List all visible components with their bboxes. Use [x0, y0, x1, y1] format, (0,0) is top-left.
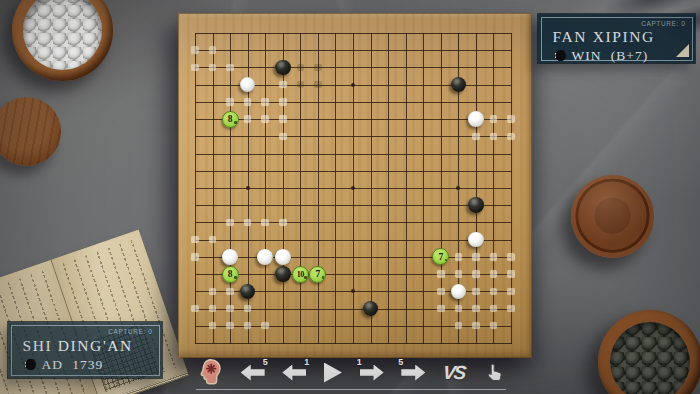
hint-square — [191, 64, 199, 72]
white-stone-D16 — [240, 77, 256, 93]
move-marker-H5: 7 — [309, 266, 326, 283]
hint-square — [437, 288, 445, 296]
black-stone-D4 — [240, 284, 256, 300]
hint-square — [261, 322, 269, 330]
hint-square — [244, 305, 252, 313]
hint-square — [209, 288, 217, 296]
hint-square — [455, 305, 463, 313]
forward-5-button[interactable]: 5 — [401, 365, 425, 381]
star-point — [456, 186, 460, 190]
move-marker-C5: 8 — [222, 266, 239, 283]
hint-square — [209, 322, 217, 330]
go-board[interactable]: 881077 — [178, 13, 532, 358]
capture-count-bottom: CAPTURE: 0 — [108, 328, 152, 335]
black-stone-F5 — [275, 266, 291, 282]
white-stone-bowl — [12, 0, 113, 81]
forward-1-badge: 1 — [357, 357, 362, 367]
black-stone-F17 — [275, 60, 291, 76]
hint-square — [507, 270, 515, 278]
white-stone-F6 — [275, 249, 291, 265]
hint-square — [507, 253, 515, 261]
hint-square — [490, 115, 498, 123]
hint-square — [490, 270, 498, 278]
back-5-badge: 5 — [263, 357, 268, 367]
hint-square — [191, 46, 199, 54]
shadow-square — [297, 81, 305, 89]
black-stone-icon — [553, 49, 566, 62]
hand-pointer-icon — [482, 361, 506, 385]
hint-square — [244, 98, 252, 106]
back-5-button[interactable]: 5 — [241, 365, 265, 381]
hint-square — [191, 253, 199, 261]
hint-square — [191, 236, 199, 244]
plate-corner-fold — [676, 44, 689, 57]
vs-label: VS — [442, 362, 466, 384]
forward-1-arrow-icon — [360, 365, 384, 381]
hint-square — [455, 270, 463, 278]
hint-square — [437, 305, 445, 313]
white-stones-pile — [23, 0, 102, 70]
hint-square — [490, 288, 498, 296]
hint-square — [472, 133, 480, 141]
star-point — [246, 186, 250, 190]
star-point — [351, 83, 355, 87]
hint-square — [472, 288, 480, 296]
player-plate-bottom: CAPTURE: 0 SHI DING'AN AD 1739 — [8, 322, 162, 378]
hint-square — [226, 322, 234, 330]
move-marker-G5: 10 — [292, 266, 309, 283]
replay-control-bar: 5 1 1 5 VS — [196, 356, 506, 389]
back-1-badge: 1 — [304, 357, 309, 367]
hint-square — [244, 115, 252, 123]
vs-mode-button[interactable]: VS — [443, 362, 464, 384]
hint-square — [244, 322, 252, 330]
hint-square — [472, 253, 480, 261]
black-stone-Q16 — [451, 77, 467, 93]
hint-square — [507, 133, 515, 141]
shadow-square — [314, 81, 322, 89]
white-stone-C6 — [222, 249, 238, 265]
hint-square — [455, 253, 463, 261]
control-bar-divider — [196, 389, 506, 390]
hint-square — [226, 305, 234, 313]
move-marker-O6: 7 — [432, 248, 449, 265]
hint-square — [261, 98, 269, 106]
result-text: WIN (B+7) — [572, 48, 649, 64]
forward-5-arrow-icon — [401, 365, 425, 381]
play-button[interactable] — [324, 363, 342, 383]
black-stones-pile — [610, 322, 690, 394]
hint-square — [279, 133, 287, 141]
rewind-1-arrow-icon — [282, 365, 306, 381]
player-era-row: AD 1739 — [23, 357, 150, 373]
head-icon — [196, 358, 223, 387]
hint-square — [507, 305, 515, 313]
hint-square — [455, 322, 463, 330]
hint-square — [490, 322, 498, 330]
player-name-top: FAN XIPING — [553, 28, 683, 46]
hint-square — [279, 81, 287, 89]
hint-square — [279, 115, 287, 123]
white-stone-Q4 — [451, 284, 467, 300]
forward-5-badge: 5 — [398, 357, 403, 367]
hint-square — [472, 305, 480, 313]
player-name-bottom: SHI DING'AN — [23, 337, 150, 355]
white-stone-R14 — [468, 111, 484, 127]
hint-square — [226, 219, 234, 227]
star-point — [351, 186, 355, 190]
hint-square — [507, 288, 515, 296]
play-icon — [324, 363, 342, 383]
wooden-bowl-lid-right — [571, 175, 654, 258]
player-plate-bottom-inner: CAPTURE: 0 SHI DING'AN AD 1739 — [11, 325, 160, 376]
player-plate-top: CAPTURE: 0 FAN XIPING WIN (B+7) — [538, 14, 695, 63]
forward-1-button[interactable]: 1 — [360, 365, 384, 381]
hint-square — [209, 64, 217, 72]
white-stone-E6 — [257, 249, 273, 265]
hint-square — [191, 305, 199, 313]
hint-square — [261, 115, 269, 123]
ai-hint-button[interactable] — [196, 358, 223, 387]
hint-square — [226, 64, 234, 72]
black-stone-L3 — [363, 301, 379, 317]
hint-square — [472, 270, 480, 278]
white-stone-R7 — [468, 232, 484, 248]
hint-square — [490, 133, 498, 141]
board-intersections: 881077 — [186, 24, 520, 351]
hint-square — [209, 46, 217, 54]
shadow-square — [297, 64, 305, 72]
shadow-square — [314, 64, 322, 72]
black-stone-R9 — [468, 197, 484, 213]
hint-square — [507, 115, 515, 123]
hint-square — [490, 305, 498, 313]
hint-square — [437, 270, 445, 278]
rewind-5-arrow-icon — [241, 365, 265, 381]
hint-square — [490, 253, 498, 261]
hint-square — [261, 219, 269, 227]
star-point — [351, 289, 355, 293]
hint-square — [209, 236, 217, 244]
back-1-button[interactable]: 1 — [282, 365, 306, 381]
hint-square — [226, 98, 234, 106]
era-text: AD 1739 — [42, 357, 104, 373]
hint-square — [472, 322, 480, 330]
capture-count-top: CAPTURE: 0 — [641, 20, 685, 27]
hint-square — [279, 219, 287, 227]
player-plate-top-inner: CAPTURE: 0 FAN XIPING WIN (B+7) — [541, 17, 693, 61]
hint-square — [209, 305, 217, 313]
black-stone-bowl — [598, 310, 700, 394]
hand-mode-button[interactable] — [482, 361, 506, 385]
hint-square — [244, 219, 252, 227]
white-stone-icon — [23, 358, 36, 371]
move-marker-C14: 8 — [222, 111, 239, 128]
wooden-bowl-lid-left — [0, 97, 61, 166]
player-result-row: WIN (B+7) — [553, 48, 683, 64]
hint-square — [279, 98, 287, 106]
hint-square — [226, 288, 234, 296]
